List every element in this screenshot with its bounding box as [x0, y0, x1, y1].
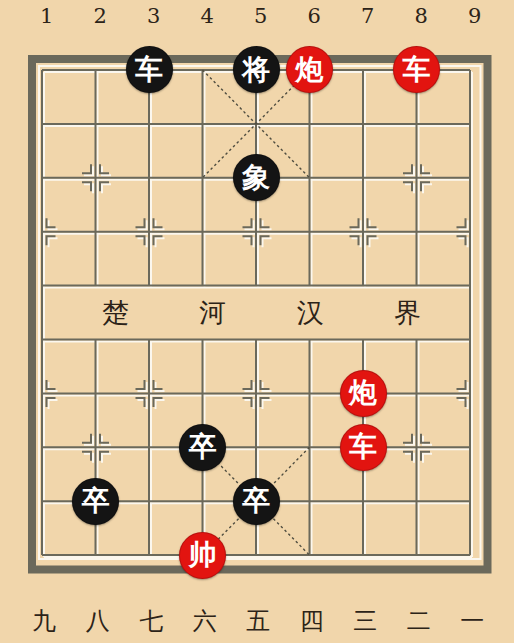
red-cannon-a[interactable]: 炮: [286, 46, 333, 93]
file-label-bottom-8: 二: [392, 605, 446, 637]
pieces-layer: 车将炮车象炮卒车卒卒帅: [15, 43, 497, 582]
file-coordinates-top: 123456789: [20, 0, 502, 32]
red-chariot-a[interactable]: 车: [393, 46, 440, 93]
file-label-bottom-5: 五: [232, 605, 286, 637]
file-label-bottom-2: 八: [71, 605, 125, 637]
file-label-top-6: 6: [288, 4, 342, 28]
file-label-top-9: 9: [448, 4, 502, 28]
file-label-bottom-4: 六: [178, 605, 232, 637]
black-chariot[interactable]: 车: [126, 46, 173, 93]
black-general[interactable]: 将: [233, 46, 280, 93]
black-soldier-a[interactable]: 卒: [179, 424, 226, 471]
black-elephant[interactable]: 象: [233, 154, 280, 201]
red-general[interactable]: 帅: [179, 532, 226, 579]
file-label-top-4: 4: [181, 4, 235, 28]
xiangqi-board: 123456789 楚河汉界 车将炮车象炮卒车卒卒帅 九八七六五四三二一: [0, 0, 514, 643]
file-label-top-2: 2: [74, 4, 128, 28]
file-label-bottom-7: 三: [339, 605, 393, 637]
red-chariot-b[interactable]: 车: [340, 424, 387, 471]
file-label-bottom-1: 九: [18, 605, 72, 637]
red-cannon-b[interactable]: 炮: [340, 370, 387, 417]
file-label-bottom-9: 一: [446, 605, 500, 637]
file-label-bottom-6: 四: [285, 605, 339, 637]
file-label-top-5: 5: [234, 4, 288, 28]
file-label-top-1: 1: [20, 4, 74, 28]
file-label-bottom-3: 七: [125, 605, 179, 637]
black-soldier-b[interactable]: 卒: [72, 478, 119, 525]
file-coordinates-bottom: 九八七六五四三二一: [18, 603, 500, 639]
file-label-top-8: 8: [395, 4, 449, 28]
file-label-top-3: 3: [127, 4, 181, 28]
black-soldier-c[interactable]: 卒: [233, 478, 280, 525]
file-label-top-7: 7: [341, 4, 395, 28]
